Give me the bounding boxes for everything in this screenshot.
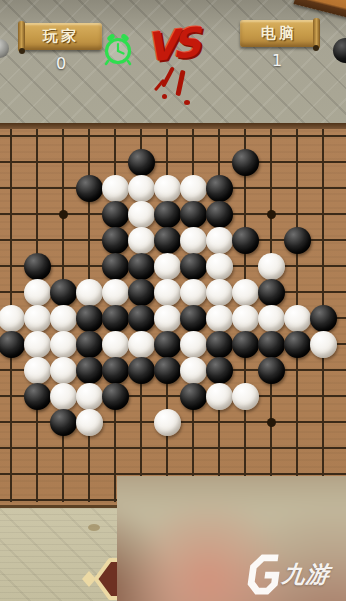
alarm-clock-icon [102,34,134,66]
stone-white [50,331,77,358]
stone-white [258,305,285,332]
star-point [267,210,276,219]
stone-black [76,175,103,202]
stone-black [154,201,181,228]
stone-white [258,253,285,280]
stone-black [102,201,129,228]
stone-white [128,331,155,358]
star-point [267,418,276,427]
stone-white [180,357,207,384]
jiuyou-g-logo-icon [243,552,285,598]
grid-line-h [0,447,346,449]
stone-white [154,305,181,332]
vs-drip [161,66,175,87]
stone-white [284,305,311,332]
stone-white [206,279,233,306]
stone-white [154,409,181,436]
vs-drip [162,94,167,99]
stone-white [102,331,129,358]
gomoku-board[interactable] [0,123,346,508]
stone-white [206,305,233,332]
grid-line-h [0,135,346,137]
stone-white [206,227,233,254]
stone-white [24,305,51,332]
stone-white [180,279,207,306]
stone-white [128,227,155,254]
stone-white [206,383,233,410]
opponent-label: 电脑 [261,24,297,43]
stone-black [50,279,77,306]
stone-black [310,305,337,332]
vs-label: VS [145,19,197,71]
star-point [59,210,68,219]
stone-white [24,357,51,384]
stone-white [128,175,155,202]
stone-white [154,175,181,202]
stone-black [180,253,207,280]
stone-black [154,331,181,358]
stone-black [232,149,259,176]
stone-black [284,331,311,358]
stone-black [24,253,51,280]
board-top-edge [0,123,346,129]
stone-white [232,383,259,410]
watermark: 九游 [246,548,346,601]
stone-black [258,331,285,358]
stone-white [180,331,207,358]
stone-black [76,331,103,358]
watermark-text: 九游 [280,559,331,590]
stone-white [24,331,51,358]
opponent-score: 1 [238,51,316,70]
grid-line-h [0,473,346,475]
stone-black [180,383,207,410]
stone-white [76,409,103,436]
opponent-banner: 电脑 [240,20,318,47]
stone-white [76,383,103,410]
stone-white [24,279,51,306]
stone-white [76,279,103,306]
stone-black [206,357,233,384]
stone-black [154,357,181,384]
stone-black [206,201,233,228]
stone-black [128,149,155,176]
stone-white [0,305,25,332]
player-banner: 玩家 [20,23,102,50]
stone-black [154,227,181,254]
stone-white [50,357,77,384]
stone-black [206,331,233,358]
stone-black [206,175,233,202]
stone-black [284,227,311,254]
stone-black [102,383,129,410]
stone-white [206,253,233,280]
stone-black [232,227,259,254]
stone-black [128,305,155,332]
stone-black [258,357,285,384]
stone-black [128,279,155,306]
stone-white [154,279,181,306]
stone-white [102,175,129,202]
stone-white [180,227,207,254]
stone-white [232,279,259,306]
stone-black [128,357,155,384]
player-label: 玩家 [43,27,79,46]
stone-black [180,201,207,228]
stone-white [180,175,207,202]
stone-white [232,305,259,332]
stone-black [24,383,51,410]
floor-pebble [88,524,100,531]
stone-black [232,331,259,358]
stone-white [128,201,155,228]
stone-black [76,357,103,384]
stone-black [128,253,155,280]
stone-white [154,253,181,280]
stone-white [102,279,129,306]
grid-line-h [0,161,346,163]
stone-black [102,357,129,384]
stone-white [50,305,77,332]
stone-black [50,409,77,436]
vs-graphic: VS [138,20,212,92]
game-screen: 玩家 0 VS 电脑 1 [0,0,346,601]
stone-black [102,227,129,254]
vs-drip [184,100,190,105]
stone-black [102,253,129,280]
stone-white [50,383,77,410]
player-score: 0 [20,54,102,73]
stone-black [76,305,103,332]
stone-white [310,331,337,358]
stone-black [102,305,129,332]
stone-black [0,331,25,358]
stone-black [180,305,207,332]
stone-black [258,279,285,306]
